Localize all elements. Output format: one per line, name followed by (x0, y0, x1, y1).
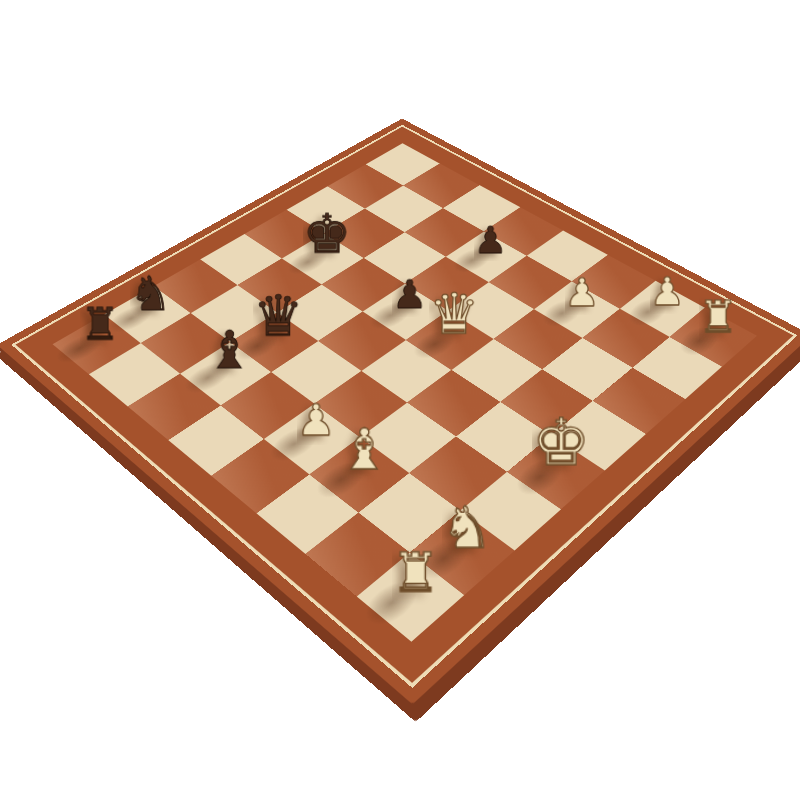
black-bishop[interactable]: ♝ (206, 324, 252, 376)
white-pawn[interactable]: ♟ (297, 398, 336, 442)
white-queen[interactable]: ♛ (429, 286, 479, 342)
board-inlay-line: ♜♞♚♝♛♟♟♟♛♝♟♟♜♞♚♜ (11, 125, 797, 688)
white-king[interactable]: ♚ (532, 410, 590, 475)
black-king[interactable]: ♚ (303, 207, 351, 261)
black-queen[interactable]: ♛ (253, 288, 303, 344)
chessboard: ♜♞♚♝♛♟♟♟♛♝♟♟♜♞♚♜ (53, 143, 757, 641)
white-pawn[interactable]: ♟ (650, 272, 685, 311)
black-knight[interactable]: ♞ (130, 270, 172, 317)
white-knight[interactable]: ♞ (442, 498, 493, 555)
product-photo-scene: ♜♞♚♝♛♟♟♟♛♝♟♟♜♞♚♜ (0, 0, 800, 800)
square-b3[interactable]: ♟ (534, 282, 619, 338)
black-pawn[interactable]: ♟ (392, 275, 427, 314)
black-rook[interactable]: ♜ (81, 302, 121, 346)
chessboard-frame: ♜♞♚♝♛♟♟♟♛♝♟♟♜♞♚♜ (0, 119, 800, 705)
white-rook[interactable]: ♜ (392, 546, 441, 600)
white-pawn[interactable]: ♟ (564, 273, 599, 312)
black-pawn[interactable]: ♟ (474, 222, 507, 259)
white-bishop[interactable]: ♝ (339, 421, 389, 477)
white-rook[interactable]: ♜ (699, 295, 738, 339)
